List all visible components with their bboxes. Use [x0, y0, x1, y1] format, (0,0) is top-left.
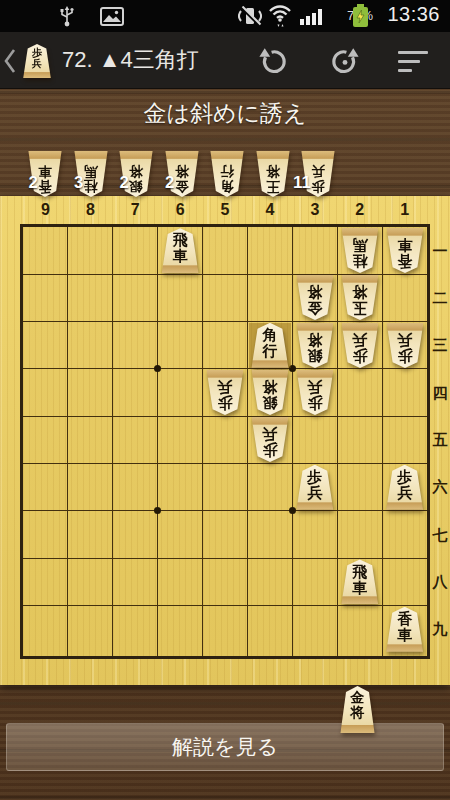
battery-icon	[352, 4, 369, 28]
board-cell-8五[interactable]	[68, 416, 113, 463]
piece-gote-lance-11-label: 香車	[385, 237, 425, 269]
menu-icon[interactable]	[398, 51, 430, 78]
clock: 13:36	[387, 3, 440, 26]
piece-gote-king-22[interactable]: 玉将	[340, 275, 380, 320]
board-cell-8一[interactable]	[68, 227, 113, 274]
piece-gote-pawn-45[interactable]: 歩兵	[250, 417, 290, 462]
board-cell-2九[interactable]	[337, 606, 382, 653]
board-cell-9四[interactable]	[23, 369, 68, 416]
piece-sente-bishop-43-body: 角行	[250, 323, 290, 368]
board-cell-2五[interactable]	[337, 416, 382, 463]
board-cell-3七[interactable]	[292, 511, 337, 558]
board-cell-3八[interactable]	[292, 558, 337, 605]
piece-sente-lance-19[interactable]: 香車	[385, 607, 425, 652]
toolbar: 歩兵 72. ▲4三角打	[0, 32, 450, 89]
board-cell-6七[interactable]	[158, 511, 203, 558]
vibrate-mute-icon	[238, 6, 262, 26]
hand-gote-king[interactable]: 王将	[255, 151, 291, 197]
piece-gote-king-22-label: 玉将	[340, 284, 380, 316]
piece-sente-rook-28-label: 飛車	[340, 564, 380, 596]
board-cell-8四[interactable]	[68, 369, 113, 416]
board-cell-7三[interactable]	[113, 322, 158, 369]
board-cell-5三[interactable]	[203, 322, 248, 369]
board-cell-5五[interactable]	[203, 416, 248, 463]
board-cell-6八[interactable]	[158, 558, 203, 605]
board-cell-6四[interactable]	[158, 369, 203, 416]
piece-gote-pawn-34-label: 歩兵	[295, 379, 335, 411]
piece-gote-knight-21[interactable]: 桂馬	[340, 228, 380, 273]
piece-gote-silver-44-body: 銀将	[250, 370, 290, 415]
board-cell-7六[interactable]	[113, 464, 158, 511]
redo-icon[interactable]	[330, 46, 360, 76]
board-cell-8七[interactable]	[68, 511, 113, 558]
board-cell-9三[interactable]	[23, 322, 68, 369]
board-cell-3五[interactable]	[292, 416, 337, 463]
hand-count-silver: 2	[107, 173, 129, 193]
piece-sente-pawn-36[interactable]: 歩兵	[295, 465, 335, 510]
board-cell-4一[interactable]	[248, 227, 293, 274]
piece-gote-silver-44[interactable]: 銀将	[250, 370, 290, 415]
piece-gote-gold-32-label: 金将	[295, 284, 335, 316]
piece-gote-silver-33[interactable]: 銀将	[295, 323, 335, 368]
piece-gote-pawn-45-label: 歩兵	[250, 426, 290, 458]
board-cell-2四[interactable]	[337, 369, 382, 416]
board-cell-2七[interactable]	[337, 511, 382, 558]
undo-icon[interactable]	[258, 46, 288, 76]
hand-count-pawn: 11	[289, 173, 311, 193]
board-cell-9九[interactable]	[23, 606, 68, 653]
piece-gote-pawn-54-body: 歩兵	[205, 370, 245, 415]
piece-gote-pawn-23[interactable]: 歩兵	[340, 323, 380, 368]
status-bar: 70% 13:36	[0, 0, 450, 32]
board-cell-7五[interactable]	[113, 416, 158, 463]
wifi-icon	[268, 4, 292, 28]
board-cell-3九[interactable]	[292, 606, 337, 653]
hand-gote-king-body: 王将	[255, 151, 291, 197]
hand-count-lance: 2	[16, 173, 38, 193]
toolbar-piece-pawn: 歩兵	[22, 44, 52, 78]
hand-gote-bishop-label: 角行	[209, 164, 245, 193]
board-cell-8六[interactable]	[68, 464, 113, 511]
toolbar-piece-pawn-body: 歩兵	[22, 44, 52, 78]
hand-gote-bishop-body: 角行	[209, 151, 245, 197]
app-piece-icon: 歩兵	[22, 44, 52, 78]
board-cell-6二[interactable]	[158, 274, 203, 321]
board-cell-4九[interactable]	[248, 606, 293, 653]
piece-sente-pawn-16-label: 歩兵	[385, 469, 425, 501]
board-cell-9一[interactable]	[23, 227, 68, 274]
view-commentary-button[interactable]: 解説を見る	[6, 723, 444, 771]
board-cell-4二[interactable]	[248, 274, 293, 321]
board-cell-8三[interactable]	[68, 322, 113, 369]
board-cell-9二[interactable]	[23, 274, 68, 321]
piece-gote-pawn-13[interactable]: 歩兵	[385, 323, 425, 368]
piece-gote-king-22-body: 玉将	[340, 275, 380, 320]
board-cell-1八[interactable]	[382, 558, 427, 605]
piece-sente-rook-61[interactable]: 飛車	[160, 228, 200, 273]
piece-gote-knight-21-label: 桂馬	[340, 237, 380, 269]
board-cell-9五[interactable]	[23, 416, 68, 463]
board-cell-8九[interactable]	[68, 606, 113, 653]
piece-gote-pawn-45-body: 歩兵	[250, 417, 290, 462]
hand-sente-gold-body: 金将	[339, 686, 376, 733]
board-cell-5二[interactable]	[203, 274, 248, 321]
board-cell-1四[interactable]	[382, 369, 427, 416]
board-cell-2六[interactable]	[337, 464, 382, 511]
piece-gote-pawn-34[interactable]: 歩兵	[295, 370, 335, 415]
piece-sente-pawn-16[interactable]: 歩兵	[385, 465, 425, 510]
piece-gote-pawn-23-body: 歩兵	[340, 323, 380, 368]
board-cell-4八[interactable]	[248, 558, 293, 605]
board-cell-1五[interactable]	[382, 416, 427, 463]
piece-sente-rook-61-label: 飛車	[160, 232, 200, 264]
move-label: 72. ▲4三角打	[62, 45, 199, 75]
piece-sente-lance-19-body: 香車	[385, 607, 425, 652]
board-cell-3一[interactable]	[292, 227, 337, 274]
piece-sente-lance-19-label: 香車	[385, 611, 425, 643]
piece-gote-knight-21-body: 桂馬	[340, 228, 380, 273]
board-cell-9六[interactable]	[23, 464, 68, 511]
piece-sente-rook-28-body: 飛車	[340, 559, 380, 604]
piece-sente-pawn-36-body: 歩兵	[295, 465, 335, 510]
board-cell-5一[interactable]	[203, 227, 248, 274]
piece-sente-bishop-43[interactable]: 角行	[250, 323, 290, 368]
piece-gote-silver-33-body: 銀将	[295, 323, 335, 368]
piece-sente-pawn-36-label: 歩兵	[295, 469, 335, 501]
board-cell-5七[interactable]	[203, 511, 248, 558]
hand-gote-bishop[interactable]: 角行	[209, 151, 245, 197]
piece-gote-silver-33-label: 銀将	[295, 332, 335, 364]
board-cell-5六[interactable]	[203, 464, 248, 511]
back-button[interactable]	[3, 47, 17, 75]
piece-gote-pawn-23-label: 歩兵	[340, 332, 380, 364]
hand-count-knight: 3	[62, 173, 84, 193]
app-screen: 70% 13:36 歩兵 72. ▲4三角打	[0, 0, 450, 800]
hand-sente-gold[interactable]: 金将	[339, 686, 376, 733]
board-cell-6三[interactable]	[158, 322, 203, 369]
board-cell-6五[interactable]	[158, 416, 203, 463]
piece-gote-pawn-54-label: 歩兵	[205, 379, 245, 411]
board-cell-9八[interactable]	[23, 558, 68, 605]
piece-gote-pawn-34-body: 歩兵	[295, 370, 335, 415]
usb-icon	[58, 5, 76, 27]
board-cell-4七[interactable]	[248, 511, 293, 558]
board-cell-7二[interactable]	[113, 274, 158, 321]
piece-sente-pawn-16-body: 歩兵	[385, 465, 425, 510]
board-cell-7七[interactable]	[113, 511, 158, 558]
piece-sente-rook-61-body: 飛車	[160, 228, 200, 273]
board-cell-7一[interactable]	[113, 227, 158, 274]
board-cell-6六[interactable]	[158, 464, 203, 511]
hand-sente-gold-label: 金将	[339, 690, 376, 720]
board-cell-9七[interactable]	[23, 511, 68, 558]
piece-gote-lance-11[interactable]: 香車	[385, 228, 425, 273]
board-cell-7八[interactable]	[113, 558, 158, 605]
board-cell-8八[interactable]	[68, 558, 113, 605]
board-cell-8二[interactable]	[68, 274, 113, 321]
piece-gote-silver-44-label: 銀将	[250, 379, 290, 411]
piece-gote-gold-32-body: 金将	[295, 275, 335, 320]
hand-count-gold: 2	[153, 173, 175, 193]
lesson-title: 金は斜めに誘え	[0, 98, 450, 129]
board-cell-5九[interactable]	[203, 606, 248, 653]
hand-gote-king-label: 王将	[255, 164, 291, 193]
board-cell-1七[interactable]	[382, 511, 427, 558]
toolbar-piece-pawn-label: 歩兵	[22, 47, 52, 69]
board-cell-7四[interactable]	[113, 369, 158, 416]
gallery-icon	[100, 7, 124, 26]
piece-gote-pawn-13-body: 歩兵	[385, 323, 425, 368]
piece-gote-pawn-13-label: 歩兵	[385, 332, 425, 364]
board-cell-7九[interactable]	[113, 606, 158, 653]
piece-gote-gold-32[interactable]: 金将	[295, 275, 335, 320]
board-cell-4六[interactable]	[248, 464, 293, 511]
board-cell-1二[interactable]	[382, 274, 427, 321]
piece-sente-rook-28[interactable]: 飛車	[340, 559, 380, 604]
piece-gote-lance-11-body: 香車	[385, 228, 425, 273]
piece-sente-bishop-43-label: 角行	[250, 327, 290, 359]
signal-strength-icon	[300, 8, 322, 25]
board-cell-6九[interactable]	[158, 606, 203, 653]
board-cell-5八[interactable]	[203, 558, 248, 605]
piece-gote-pawn-54[interactable]: 歩兵	[205, 370, 245, 415]
